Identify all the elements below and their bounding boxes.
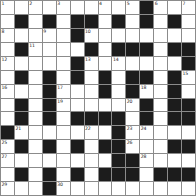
clue-number: 17 [57, 85, 62, 90]
clue-number: 5 [127, 1, 130, 6]
white-cell[interactable] [99, 182, 112, 195]
clue-number: 1 [2, 1, 5, 6]
clue-number: 30 [57, 182, 62, 187]
white-cell[interactable]: 18 [140, 85, 153, 98]
white-cell[interactable]: 9 [43, 29, 56, 42]
clue-number: 22 [85, 126, 90, 131]
white-cell[interactable] [1, 71, 14, 84]
white-cell[interactable] [126, 112, 139, 125]
black-cell [140, 15, 153, 28]
white-cell[interactable] [43, 1, 56, 14]
black-cell [112, 126, 125, 139]
black-cell [168, 168, 181, 181]
clue-number: 20 [127, 99, 132, 104]
black-cell [182, 57, 195, 70]
black-cell [99, 112, 112, 125]
black-cell [168, 112, 181, 125]
white-cell[interactable] [57, 43, 70, 56]
white-cell[interactable] [154, 43, 167, 56]
white-cell[interactable] [168, 1, 181, 14]
white-cell[interactable] [140, 168, 153, 181]
black-cell [43, 182, 56, 195]
white-cell[interactable] [1, 15, 14, 28]
white-cell[interactable]: 24 [140, 126, 153, 139]
clue-number: 10 [85, 29, 90, 34]
white-cell[interactable] [43, 43, 56, 56]
white-cell[interactable] [154, 29, 167, 42]
white-cell[interactable] [57, 15, 70, 28]
black-cell [71, 168, 84, 181]
white-cell[interactable]: 8 [1, 29, 14, 42]
white-cell[interactable] [112, 29, 125, 42]
black-cell [126, 168, 139, 181]
white-cell[interactable] [57, 112, 70, 125]
white-cell[interactable] [154, 182, 167, 195]
white-cell[interactable] [85, 140, 98, 153]
white-cell[interactable]: 7 [182, 1, 195, 14]
clue-number: 9 [43, 29, 46, 34]
white-cell[interactable]: 11 [29, 43, 42, 56]
white-cell[interactable] [154, 15, 167, 28]
white-cell[interactable] [57, 57, 70, 70]
white-cell[interactable]: 20 [126, 99, 139, 112]
black-cell [168, 15, 181, 28]
clue-number: 27 [2, 154, 7, 159]
white-cell[interactable] [85, 1, 98, 14]
black-cell [140, 1, 153, 14]
white-cell[interactable] [57, 126, 70, 139]
black-cell [140, 99, 153, 112]
white-cell[interactable] [71, 154, 84, 167]
clue-number: 4 [99, 1, 102, 6]
black-cell [15, 43, 28, 56]
white-cell[interactable] [29, 99, 42, 112]
crossword-grid: 1234567891011121314151617181920212223242… [0, 0, 196, 196]
white-cell[interactable] [29, 71, 42, 84]
white-cell[interactable] [126, 57, 139, 70]
white-cell[interactable]: 15 [182, 71, 195, 84]
black-cell [112, 15, 125, 28]
white-cell[interactable] [99, 15, 112, 28]
black-cell [112, 168, 125, 181]
white-cell[interactable]: 16 [1, 85, 14, 98]
white-cell[interactable] [140, 57, 153, 70]
white-cell[interactable] [154, 57, 167, 70]
white-cell[interactable]: 12 [1, 57, 14, 70]
black-cell [99, 71, 112, 84]
white-cell[interactable] [85, 182, 98, 195]
white-cell[interactable]: 29 [1, 182, 14, 195]
white-cell[interactable]: 4 [99, 1, 112, 14]
black-cell [168, 99, 181, 112]
clue-number: 14 [113, 57, 118, 62]
white-cell[interactable] [112, 1, 125, 14]
white-cell[interactable] [154, 140, 167, 153]
white-cell[interactable] [29, 140, 42, 153]
white-cell[interactable] [85, 71, 98, 84]
white-cell[interactable] [99, 99, 112, 112]
white-cell[interactable] [182, 85, 195, 98]
black-cell [15, 99, 28, 112]
clue-number: 6 [155, 1, 158, 6]
black-cell [140, 112, 153, 125]
white-cell[interactable] [182, 29, 195, 42]
white-cell[interactable]: 1 [1, 1, 14, 14]
black-cell [15, 168, 28, 181]
white-cell[interactable] [15, 1, 28, 14]
black-cell [43, 140, 56, 153]
clue-number: 7 [183, 1, 186, 6]
white-cell[interactable] [43, 57, 56, 70]
white-cell[interactable] [126, 29, 139, 42]
white-cell[interactable] [182, 15, 195, 28]
white-cell[interactable] [168, 182, 181, 195]
black-cell [168, 140, 181, 153]
white-cell[interactable]: 30 [57, 182, 70, 195]
white-cell[interactable] [168, 126, 181, 139]
black-cell [15, 71, 28, 84]
white-cell[interactable]: 6 [154, 1, 167, 14]
white-cell[interactable] [154, 112, 167, 125]
white-cell[interactable] [112, 99, 125, 112]
black-cell [140, 71, 153, 84]
white-cell[interactable] [154, 126, 167, 139]
white-cell[interactable] [71, 1, 84, 14]
white-cell[interactable]: 3 [57, 1, 70, 14]
white-cell[interactable] [1, 99, 14, 112]
white-cell[interactable] [182, 182, 195, 195]
white-cell[interactable]: 26 [126, 140, 139, 153]
white-cell[interactable] [99, 154, 112, 167]
white-cell[interactable] [29, 154, 42, 167]
black-cell [182, 168, 195, 181]
white-cell[interactable] [85, 85, 98, 98]
black-cell [85, 15, 98, 28]
white-cell[interactable] [15, 57, 28, 70]
white-cell[interactable] [43, 154, 56, 167]
white-cell[interactable] [168, 29, 181, 42]
white-cell[interactable] [29, 182, 42, 195]
black-cell [15, 15, 28, 28]
white-cell[interactable] [1, 112, 14, 125]
black-cell [71, 57, 84, 70]
white-cell[interactable]: 19 [57, 99, 70, 112]
white-cell[interactable] [112, 182, 125, 195]
white-cell[interactable] [99, 57, 112, 70]
white-cell[interactable] [168, 57, 181, 70]
black-cell [71, 71, 84, 84]
black-cell [43, 15, 56, 28]
black-cell [15, 112, 28, 125]
black-cell [126, 71, 139, 84]
clue-number: 19 [57, 99, 62, 104]
white-cell[interactable] [71, 85, 84, 98]
white-cell[interactable] [29, 112, 42, 125]
black-cell [85, 112, 98, 125]
white-cell[interactable] [15, 29, 28, 42]
clue-number: 15 [183, 71, 188, 76]
white-cell[interactable] [85, 99, 98, 112]
white-cell[interactable]: 22 [85, 126, 98, 139]
white-cell[interactable]: 13 [85, 57, 98, 70]
clue-number: 3 [57, 1, 60, 6]
white-cell[interactable]: 10 [85, 29, 98, 42]
black-cell [154, 168, 167, 181]
clue-number: 13 [85, 57, 90, 62]
clue-number: 12 [2, 57, 7, 62]
black-cell [71, 29, 84, 42]
white-cell[interactable] [43, 126, 56, 139]
white-cell[interactable] [57, 140, 70, 153]
clue-number: 28 [141, 154, 146, 159]
black-cell [99, 140, 112, 153]
black-cell [168, 85, 181, 98]
clue-number: 21 [15, 126, 20, 131]
white-cell[interactable] [154, 154, 167, 167]
clue-number: 24 [141, 126, 146, 131]
white-cell[interactable] [15, 154, 28, 167]
white-cell[interactable]: 25 [1, 140, 14, 153]
white-cell[interactable] [1, 43, 14, 56]
clue-number: 2 [29, 1, 32, 6]
white-cell[interactable] [29, 57, 42, 70]
black-cell [43, 168, 56, 181]
white-cell[interactable] [140, 29, 153, 42]
white-cell[interactable]: 28 [140, 154, 153, 167]
clue-number: 8 [2, 29, 5, 34]
white-cell[interactable] [85, 168, 98, 181]
white-cell[interactable]: 23 [126, 126, 139, 139]
black-cell [43, 71, 56, 84]
white-cell[interactable] [15, 182, 28, 195]
clue-number: 29 [2, 182, 7, 187]
white-cell[interactable] [140, 182, 153, 195]
white-cell[interactable] [182, 126, 195, 139]
black-cell [126, 85, 139, 98]
clue-number: 11 [29, 43, 34, 48]
white-cell[interactable] [71, 126, 84, 139]
crossword-board: 1234567891011121314151617181920212223242… [0, 0, 196, 196]
white-cell[interactable] [168, 154, 181, 167]
black-cell [168, 43, 181, 56]
black-cell [126, 43, 139, 56]
white-cell[interactable] [126, 182, 139, 195]
white-cell[interactable] [15, 85, 28, 98]
black-cell [182, 43, 195, 56]
white-cell[interactable] [112, 71, 125, 84]
black-cell [112, 43, 125, 56]
white-cell[interactable] [29, 168, 42, 181]
white-cell[interactable] [71, 43, 84, 56]
white-cell[interactable] [29, 85, 42, 98]
white-cell[interactable] [29, 126, 42, 139]
black-cell [99, 85, 112, 98]
black-cell [43, 99, 56, 112]
white-cell[interactable] [29, 29, 42, 42]
black-cell [112, 154, 125, 167]
black-cell [168, 71, 181, 84]
white-cell[interactable]: 27 [1, 154, 14, 167]
black-cell [182, 112, 195, 125]
white-cell[interactable] [57, 154, 70, 167]
white-cell[interactable] [71, 99, 84, 112]
white-cell[interactable]: 14 [112, 57, 125, 70]
white-cell[interactable] [85, 154, 98, 167]
black-cell [112, 140, 125, 153]
black-cell [182, 99, 195, 112]
white-cell[interactable] [154, 85, 167, 98]
white-cell[interactable] [182, 154, 195, 167]
black-cell [71, 15, 84, 28]
black-cell [15, 140, 28, 153]
white-cell[interactable] [140, 140, 153, 153]
white-cell[interactable] [99, 43, 112, 56]
black-cell [182, 140, 195, 153]
black-cell [126, 154, 139, 167]
clue-number: 25 [2, 140, 7, 145]
black-cell [99, 168, 112, 181]
white-cell[interactable] [1, 168, 14, 181]
white-cell[interactable] [99, 29, 112, 42]
white-cell[interactable] [154, 71, 167, 84]
white-cell[interactable] [57, 71, 70, 84]
clue-number: 18 [141, 85, 146, 90]
clue-number: 16 [2, 85, 7, 90]
white-cell[interactable]: 21 [15, 126, 28, 139]
black-cell [43, 112, 56, 125]
white-cell[interactable] [29, 15, 42, 28]
black-cell [71, 140, 84, 153]
clue-number: 26 [127, 140, 132, 145]
white-cell[interactable]: 17 [57, 85, 70, 98]
white-cell[interactable] [57, 168, 70, 181]
black-cell [85, 43, 98, 56]
black-cell [43, 85, 56, 98]
black-cell [140, 43, 153, 56]
white-cell[interactable] [57, 29, 70, 42]
black-cell [71, 112, 84, 125]
white-cell[interactable] [71, 182, 84, 195]
black-cell [112, 112, 125, 125]
white-cell[interactable] [154, 99, 167, 112]
white-cell[interactable]: 2 [29, 1, 42, 14]
white-cell[interactable] [112, 85, 125, 98]
black-cell [1, 126, 14, 139]
white-cell[interactable] [99, 126, 112, 139]
white-cell[interactable] [126, 15, 139, 28]
white-cell[interactable]: 5 [126, 1, 139, 14]
clue-number: 23 [127, 126, 132, 131]
